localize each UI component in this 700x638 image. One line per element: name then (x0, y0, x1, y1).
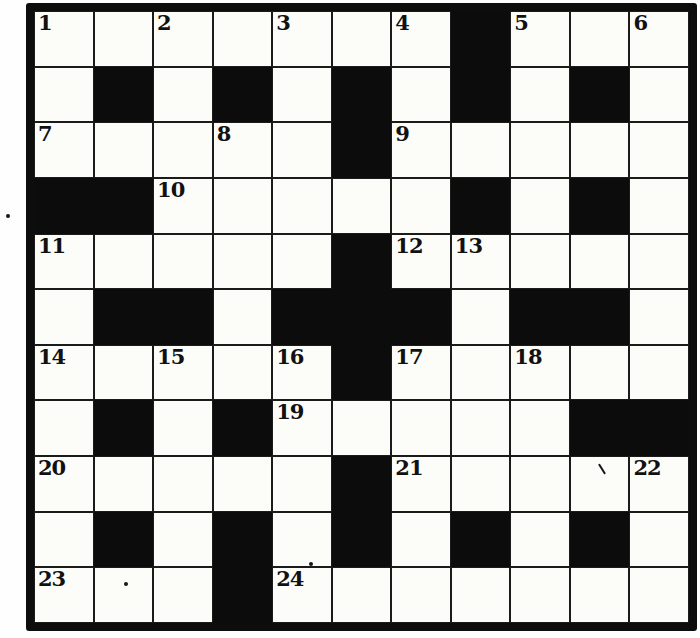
cell-r8c11-block (629, 400, 689, 456)
cell-r9c9[interactable] (510, 456, 570, 512)
clue-number-2: 2 (157, 12, 171, 34)
clue-number-13: 13 (455, 235, 482, 257)
cell-r7c1[interactable]: 14 (34, 345, 94, 401)
cell-r3c2[interactable] (94, 122, 154, 178)
scan-noise-dot (6, 214, 10, 218)
cell-r7c10[interactable] (570, 345, 630, 401)
clue-number-10: 10 (157, 179, 184, 201)
cell-r5c9[interactable] (510, 234, 570, 290)
cell-r10c9[interactable] (510, 512, 570, 568)
cell-r9c3[interactable] (153, 456, 213, 512)
cell-r11c2[interactable] (94, 567, 154, 623)
cell-r9c11[interactable]: 22 (629, 456, 689, 512)
clue-number-11: 11 (38, 235, 65, 257)
cell-r8c6[interactable] (332, 400, 392, 456)
crossword-grid: 123456789101112131415161718192021222324 (26, 3, 697, 631)
clue-number-21: 21 (395, 457, 422, 479)
cell-r2c10-block (570, 67, 630, 123)
cell-r10c3[interactable] (153, 512, 213, 568)
clue-number-22: 22 (633, 457, 660, 479)
cell-r6c2-block (94, 289, 154, 345)
clue-number-19: 19 (276, 401, 303, 423)
clue-number-5: 5 (514, 12, 528, 34)
cell-r10c11[interactable] (629, 512, 689, 568)
cell-r3c9[interactable] (510, 122, 570, 178)
cell-r7c11[interactable] (629, 345, 689, 401)
clue-number-6: 6 (633, 12, 647, 34)
cell-r2c2-block (94, 67, 154, 123)
cell-r1c9[interactable]: 5 (510, 11, 570, 67)
cell-r2c4-block (213, 67, 273, 123)
cell-r6c8[interactable] (451, 289, 511, 345)
cell-r4c1-block (34, 178, 94, 234)
cell-r7c2[interactable] (94, 345, 154, 401)
cell-r10c10-block (570, 512, 630, 568)
cell-r7c7[interactable]: 17 (391, 345, 451, 401)
clue-number-24: 24 (276, 568, 303, 590)
clue-number-15: 15 (157, 346, 184, 368)
clue-number-9: 9 (395, 123, 409, 145)
cell-r7c3[interactable]: 15 (153, 345, 213, 401)
cell-r8c3[interactable] (153, 400, 213, 456)
cell-r4c9[interactable] (510, 178, 570, 234)
cell-r6c5-block (272, 289, 332, 345)
clue-number-7: 7 (38, 123, 52, 145)
cell-r8c8[interactable] (451, 400, 511, 456)
cell-r5c4[interactable] (213, 234, 273, 290)
clue-number-3: 3 (276, 12, 290, 34)
cell-r11c1[interactable]: 23 (34, 567, 94, 623)
scan-noise-dot (124, 582, 128, 586)
cell-r4c5[interactable] (272, 178, 332, 234)
cell-r10c5[interactable] (272, 512, 332, 568)
cell-r3c1[interactable]: 7 (34, 122, 94, 178)
cell-r11c3[interactable] (153, 567, 213, 623)
cell-r11c10[interactable] (570, 567, 630, 623)
cell-r5c11[interactable] (629, 234, 689, 290)
cell-r8c4-block (213, 400, 273, 456)
cell-r4c7[interactable] (391, 178, 451, 234)
cell-r3c4[interactable]: 8 (213, 122, 273, 178)
cell-r5c6-block (332, 234, 392, 290)
cell-r1c8-block (451, 11, 511, 67)
cell-r9c2[interactable] (94, 456, 154, 512)
cell-r2c11[interactable] (629, 67, 689, 123)
cell-r11c9[interactable] (510, 567, 570, 623)
cell-r3c11[interactable] (629, 122, 689, 178)
clue-number-4: 4 (395, 12, 409, 34)
cell-r6c7-block (391, 289, 451, 345)
cell-r1c6[interactable] (332, 11, 392, 67)
cell-r11c11[interactable] (629, 567, 689, 623)
cell-r7c6-block (332, 345, 392, 401)
cell-r6c1[interactable] (34, 289, 94, 345)
cell-r2c1[interactable] (34, 67, 94, 123)
cell-r2c8-block (451, 67, 511, 123)
cell-r6c11[interactable] (629, 289, 689, 345)
cell-r4c3[interactable]: 10 (153, 178, 213, 234)
cell-r9c1[interactable]: 20 (34, 456, 94, 512)
cell-r11c5[interactable]: 24 (272, 567, 332, 623)
cell-r9c6-block (332, 456, 392, 512)
cell-r10c4-block (213, 512, 273, 568)
cell-r4c8-block (451, 178, 511, 234)
cell-r7c4[interactable] (213, 345, 273, 401)
cell-r1c3[interactable]: 2 (153, 11, 213, 67)
clue-number-20: 20 (38, 457, 65, 479)
cell-r8c9[interactable] (510, 400, 570, 456)
cell-r6c9-block (510, 289, 570, 345)
cell-r1c1[interactable]: 1 (34, 11, 94, 67)
cell-r1c11[interactable]: 6 (629, 11, 689, 67)
cell-r2c9[interactable] (510, 67, 570, 123)
cell-r1c7[interactable]: 4 (391, 11, 451, 67)
clue-number-8: 8 (217, 123, 231, 145)
cell-r11c4-block (213, 567, 273, 623)
cell-r1c2[interactable] (94, 11, 154, 67)
cell-r3c10[interactable] (570, 122, 630, 178)
clue-number-12: 12 (395, 235, 422, 257)
cell-r9c7[interactable]: 21 (391, 456, 451, 512)
cell-r8c7[interactable] (391, 400, 451, 456)
cell-r11c7[interactable] (391, 567, 451, 623)
cell-r9c4[interactable] (213, 456, 273, 512)
cell-r5c8[interactable]: 13 (451, 234, 511, 290)
cell-r4c6[interactable] (332, 178, 392, 234)
cell-r6c4[interactable] (213, 289, 273, 345)
cell-r7c9[interactable]: 18 (510, 345, 570, 401)
cell-r3c6-block (332, 122, 392, 178)
cell-r3c7[interactable]: 9 (391, 122, 451, 178)
cell-r5c10[interactable] (570, 234, 630, 290)
cell-r3c5[interactable] (272, 122, 332, 178)
cell-r2c6-block (332, 67, 392, 123)
cell-r8c10-block (570, 400, 630, 456)
cell-r1c10[interactable] (570, 11, 630, 67)
cell-r3c3[interactable] (153, 122, 213, 178)
scan-noise-dot (309, 562, 313, 566)
cell-r1c4[interactable] (213, 11, 273, 67)
cell-r2c3[interactable] (153, 67, 213, 123)
clue-number-18: 18 (514, 346, 541, 368)
cell-r5c2[interactable] (94, 234, 154, 290)
cell-r10c2-block (94, 512, 154, 568)
clue-number-1: 1 (38, 12, 52, 34)
cell-r6c10-block (570, 289, 630, 345)
cell-r6c3-block (153, 289, 213, 345)
cell-r4c10-block (570, 178, 630, 234)
cell-r8c5[interactable]: 19 (272, 400, 332, 456)
cell-r5c3[interactable] (153, 234, 213, 290)
cell-r3c8[interactable] (451, 122, 511, 178)
cell-r9c5[interactable] (272, 456, 332, 512)
cell-r10c1[interactable] (34, 512, 94, 568)
cell-r7c5[interactable]: 16 (272, 345, 332, 401)
cell-r5c7[interactable]: 12 (391, 234, 451, 290)
cell-r11c8[interactable] (451, 567, 511, 623)
cell-r1c5[interactable]: 3 (272, 11, 332, 67)
clue-number-14: 14 (38, 346, 65, 368)
cell-r10c8-block (451, 512, 511, 568)
cell-r5c1[interactable]: 11 (34, 234, 94, 290)
cell-r9c8[interactable] (451, 456, 511, 512)
clue-number-23: 23 (38, 568, 65, 590)
clue-number-17: 17 (395, 346, 422, 368)
cell-r8c1[interactable] (34, 400, 94, 456)
scanned-crossword-page: 123456789101112131415161718192021222324 (0, 0, 700, 638)
cell-r7c8[interactable] (451, 345, 511, 401)
cell-r4c2-block (94, 178, 154, 234)
cell-r2c7[interactable] (391, 67, 451, 123)
cell-r8c2-block (94, 400, 154, 456)
cell-r6c6-block (332, 289, 392, 345)
clue-number-16: 16 (276, 346, 303, 368)
cell-r2c5[interactable] (272, 67, 332, 123)
cell-r11c6[interactable] (332, 567, 392, 623)
cell-r5c5[interactable] (272, 234, 332, 290)
cell-r10c7[interactable] (391, 512, 451, 568)
cell-r4c11[interactable] (629, 178, 689, 234)
cell-r4c4[interactable] (213, 178, 273, 234)
cell-r10c6-block (332, 512, 392, 568)
